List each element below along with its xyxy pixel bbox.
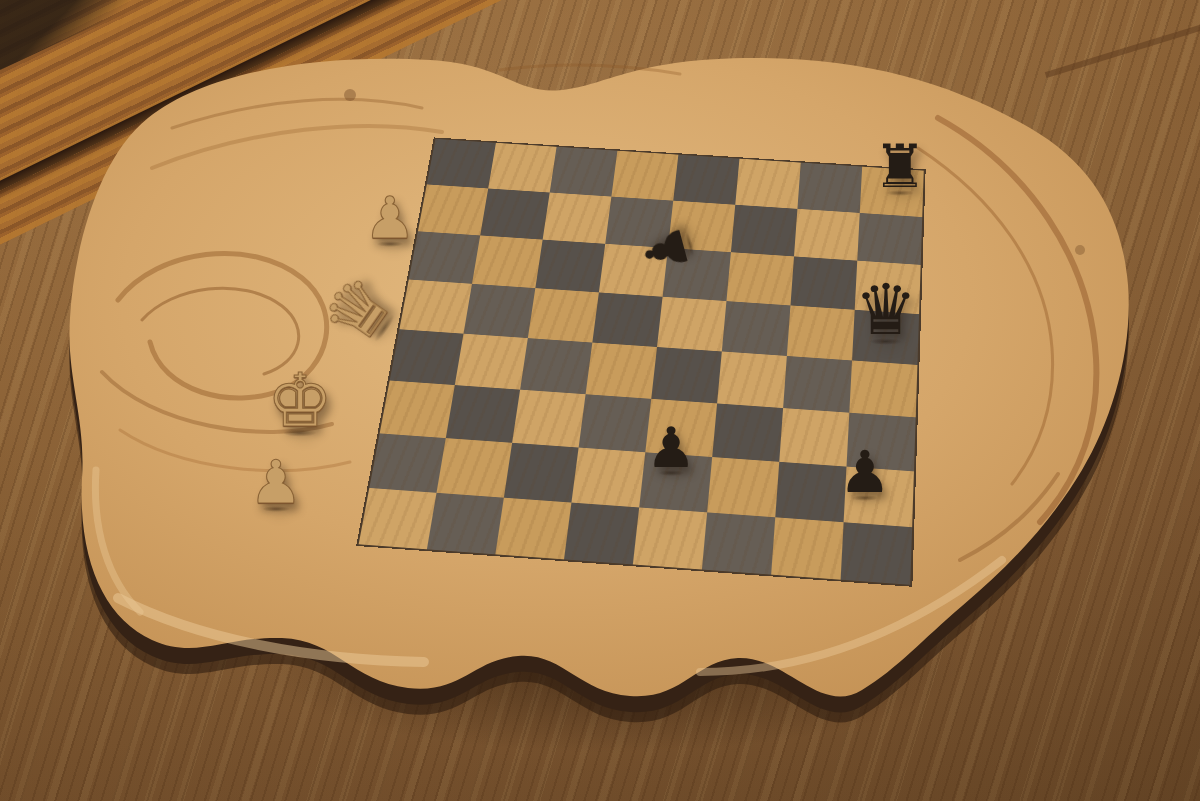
square-f6: [726, 252, 794, 305]
slab-knot: [1075, 245, 1085, 255]
square-h3: [847, 413, 916, 472]
chess-board: [356, 137, 925, 586]
square-a6: [409, 231, 480, 284]
square-d1: [564, 503, 639, 565]
square-c4: [520, 338, 592, 394]
square-a2: [369, 433, 445, 492]
square-g6: [790, 256, 857, 309]
square-h6: [855, 261, 921, 315]
square-d4: [586, 343, 657, 399]
square-d5: [592, 292, 662, 347]
square-b5: [464, 284, 536, 338]
square-b8: [488, 143, 556, 193]
square-b7: [480, 188, 550, 239]
square-d7: [605, 197, 673, 248]
square-c3: [512, 390, 585, 448]
square-b4: [455, 334, 528, 390]
square-f2: [707, 457, 779, 517]
photo-scene: ♜♟♛♟♟♟♛♚♟: [0, 0, 1200, 801]
square-d2: [571, 448, 645, 508]
square-f4: [717, 351, 787, 408]
square-b1: [427, 493, 504, 555]
square-e8: [673, 155, 739, 205]
square-c5: [528, 288, 599, 342]
square-h7: [857, 213, 922, 265]
square-g1: [771, 517, 843, 579]
square-b3: [446, 385, 520, 443]
square-g2: [775, 462, 846, 522]
square-d6: [599, 244, 668, 297]
square-f5: [722, 301, 791, 356]
square-h1: [841, 522, 913, 585]
square-g5: [787, 305, 855, 360]
square-f8: [735, 159, 800, 209]
square-a1: [359, 488, 437, 549]
square-a5: [399, 280, 472, 334]
square-f3: [712, 403, 783, 461]
square-c6: [535, 240, 605, 293]
square-e3: [645, 399, 717, 457]
square-e6: [663, 248, 731, 301]
square-g3: [779, 408, 849, 467]
square-f1: [702, 512, 775, 574]
square-e2: [639, 452, 712, 512]
square-h4: [849, 360, 917, 417]
square-g4: [783, 356, 852, 413]
square-c7: [543, 193, 612, 244]
square-d3: [579, 394, 652, 452]
square-b2: [436, 438, 512, 498]
square-c2: [504, 443, 579, 503]
square-e4: [651, 347, 722, 403]
square-a3: [380, 381, 455, 439]
square-c8: [550, 147, 618, 197]
square-h8: [860, 167, 924, 217]
square-a7: [418, 184, 488, 235]
square-e7: [668, 201, 735, 253]
square-e1: [633, 507, 707, 569]
square-h2: [844, 467, 914, 528]
square-f7: [731, 205, 798, 257]
square-g8: [797, 163, 862, 213]
square-c1: [495, 498, 571, 560]
square-h5: [852, 310, 919, 365]
square-a8: [427, 139, 496, 189]
slab-knot: [344, 89, 356, 101]
square-g7: [794, 209, 860, 261]
square-b6: [472, 235, 543, 288]
square-a4: [390, 329, 464, 385]
square-e5: [657, 297, 726, 352]
square-d8: [611, 151, 678, 201]
